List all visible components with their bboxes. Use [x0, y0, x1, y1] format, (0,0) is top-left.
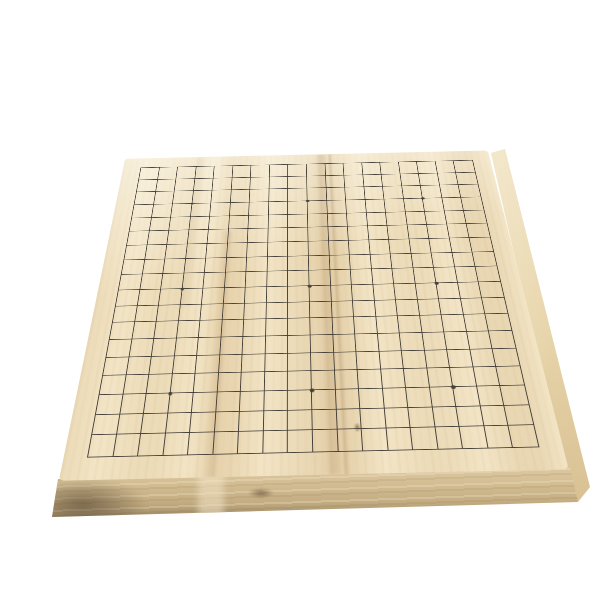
grid-cell [427, 224, 449, 238]
star-point [451, 385, 456, 388]
star-point [310, 388, 314, 391]
grid-cell [199, 320, 223, 338]
grid-cell [166, 413, 192, 434]
grid-cell [159, 289, 182, 305]
grid-cell [430, 387, 457, 407]
grid-cell [266, 302, 288, 319]
grid-cell [246, 272, 268, 288]
grid-cell [355, 334, 379, 352]
grid-cell [368, 226, 389, 240]
grid-cell [202, 288, 225, 304]
grid-cell [134, 192, 155, 205]
grid-cell [268, 215, 288, 229]
grid-cell [208, 229, 229, 243]
grid-cell [170, 374, 195, 394]
grid-cell [331, 301, 354, 318]
grid-cell [435, 427, 463, 449]
grid-cell [240, 391, 265, 411]
grid-cell [191, 203, 212, 217]
grid-cell [404, 198, 425, 211]
grid-cell [288, 335, 311, 353]
grid-cell [454, 160, 475, 172]
grid-cell [325, 163, 344, 175]
grid-cell [152, 338, 177, 356]
grid-cell [408, 407, 435, 428]
grid-cell [400, 174, 421, 187]
grid-cell [336, 409, 361, 430]
grid-cell [411, 428, 438, 450]
grid-cell [209, 216, 230, 230]
grid-cell [264, 410, 289, 431]
grid-cell [383, 388, 409, 408]
grid-cell [392, 268, 415, 284]
grid-cell [186, 244, 208, 259]
grid-cell [137, 180, 158, 193]
grid-cell [247, 242, 268, 257]
grid-cell [126, 357, 152, 376]
grid-cell [381, 369, 406, 388]
grid-cell [378, 333, 402, 351]
star-point [190, 203, 194, 205]
grid-cell [124, 245, 147, 260]
grid-cell [450, 368, 477, 387]
grid-cell [309, 270, 331, 286]
grid-cell [349, 240, 370, 255]
grid-cell [425, 211, 447, 225]
grid-cell [486, 314, 512, 331]
grid-cell [224, 287, 246, 303]
grid-cell [251, 165, 270, 177]
grid-cell [231, 177, 251, 190]
star-point [168, 392, 173, 395]
grid-cell [433, 407, 460, 428]
grid-cell [244, 319, 267, 337]
grid-cell [175, 179, 195, 192]
grid-cell [362, 429, 388, 451]
grid-cell [247, 257, 268, 272]
grid-cell [142, 259, 165, 274]
grid-cell [384, 408, 410, 429]
grid-cell [205, 258, 227, 273]
goban-top-surface [59, 151, 569, 481]
grid-cell [157, 305, 181, 322]
grid-cell [182, 273, 205, 289]
grid-cell [308, 227, 328, 241]
grid-cell [360, 408, 386, 429]
grid-cell [419, 173, 440, 186]
grid-cell [212, 178, 232, 191]
grid-cell [420, 315, 445, 332]
grid-cell [307, 164, 326, 176]
grid-cell [464, 210, 487, 224]
grid-cell [402, 350, 427, 369]
grid-cell [427, 368, 453, 387]
grid-cell [269, 201, 289, 215]
grid-cell [196, 355, 220, 374]
grid-cell [176, 167, 196, 179]
grid-cell [288, 318, 310, 336]
grid-cell [184, 258, 206, 273]
grid-cell [310, 301, 332, 318]
grid-cell [229, 215, 249, 229]
grid-cell [151, 204, 172, 218]
grid-cell [350, 254, 372, 269]
grid-cell [328, 227, 349, 241]
grid-cell [139, 168, 160, 180]
grid-cell [402, 186, 423, 199]
grid-cell [179, 304, 202, 321]
grid-cell [413, 268, 436, 284]
grid-cell [308, 241, 329, 256]
grid-cell [288, 241, 308, 256]
grid-cell [106, 339, 132, 357]
grid-cell [175, 338, 199, 356]
grid-cell [194, 178, 214, 191]
grid-cell [406, 211, 428, 225]
grid-cell [311, 371, 335, 390]
grid-cell [231, 190, 251, 203]
grid-cell [409, 239, 431, 254]
grid-cell [442, 315, 467, 332]
grid-cell [137, 289, 161, 305]
grid-cell [288, 353, 311, 372]
grid-cell [308, 214, 328, 228]
grid-cell [362, 163, 382, 175]
grid-cell [188, 433, 214, 455]
grid-cell [149, 217, 171, 231]
grid-cell [418, 299, 442, 316]
grid-cell [288, 286, 310, 302]
grid-cell [351, 269, 373, 285]
grid-cell [117, 414, 144, 435]
grid-cell [482, 297, 507, 314]
grid-cell [407, 225, 429, 239]
grid-cell [364, 187, 384, 200]
grid-cell [127, 231, 149, 245]
grid-cell [222, 303, 245, 320]
grid-cell [210, 203, 230, 217]
grid-cell [435, 161, 456, 173]
grid-cell [270, 165, 289, 177]
grid-cell [399, 162, 419, 174]
grid-cell [330, 270, 352, 286]
grid-cell [434, 267, 458, 283]
grid-cell [215, 411, 240, 432]
grid-cell [265, 336, 288, 354]
grid-cell [386, 212, 407, 226]
grid-cell [214, 166, 233, 178]
grid-cell [365, 199, 386, 212]
grid-cell [267, 271, 288, 287]
grid-cell [110, 322, 135, 340]
grid-cell [423, 198, 445, 211]
grid-cell [307, 176, 326, 189]
grid-cell [415, 283, 439, 299]
grid-cell [445, 332, 471, 350]
grid-cell [190, 412, 216, 433]
grid-cell [116, 290, 140, 306]
grid-cell [135, 305, 159, 322]
grid-cell [411, 253, 434, 268]
grid-cell [501, 385, 529, 405]
grid-cell [140, 274, 163, 290]
grid-cell [169, 217, 190, 231]
grid-cell [505, 405, 534, 426]
grid-cell [156, 179, 177, 192]
grid-cell [244, 303, 266, 320]
grid-cell [440, 185, 462, 198]
grid-cell [396, 299, 420, 316]
grid-cell [269, 177, 288, 190]
grid-cell [489, 331, 515, 349]
grid-cell [250, 177, 269, 190]
grid-cell [288, 410, 313, 431]
grid-cell [211, 190, 231, 203]
grid-cell [400, 333, 425, 351]
grid-cell [309, 286, 331, 302]
grid-cell [122, 260, 145, 275]
grid-cell [308, 201, 328, 214]
grid-cell [265, 353, 288, 372]
grid-cell [129, 339, 154, 357]
grid-cell [288, 188, 307, 201]
grid-cell [406, 387, 432, 407]
grid-cell [370, 254, 392, 269]
grid-cell [243, 336, 266, 354]
grid-cell [267, 286, 289, 302]
grid-cell [366, 212, 387, 226]
grid-cell [138, 434, 165, 456]
grid-cell [388, 225, 410, 239]
grid-cell [288, 176, 307, 189]
grid-cell [158, 167, 178, 179]
grid-cell [163, 433, 190, 455]
grid-cell [92, 414, 120, 435]
grid-cell [312, 390, 337, 410]
grid-cell [288, 371, 312, 390]
grid-cell [422, 332, 447, 350]
grid-cell [195, 166, 215, 178]
grid-cell [384, 199, 405, 212]
grid-cell [382, 174, 402, 187]
grid-cell [268, 228, 288, 242]
grid-cell [326, 175, 346, 188]
star-point [180, 287, 184, 290]
grid-cell [312, 409, 337, 430]
grid-cell [309, 255, 330, 270]
grid-cell [425, 350, 451, 369]
goban-product-photo [0, 0, 600, 600]
grid-cell [369, 240, 391, 255]
grid-cell [288, 302, 310, 319]
grid-cell [192, 191, 212, 204]
grid-cell [172, 355, 197, 374]
grid-cell [265, 372, 289, 392]
grid-cell [248, 228, 268, 242]
grid-cell [288, 390, 312, 410]
star-point [306, 200, 309, 202]
grid-cell [438, 173, 459, 186]
grid-cell [154, 191, 175, 204]
grid-cell [119, 274, 143, 290]
grid-cell [288, 228, 308, 242]
grid-cell [129, 218, 151, 232]
grid-cell [389, 239, 411, 254]
grid-cell [373, 284, 396, 300]
grid-cell [168, 393, 194, 413]
grid-cell [311, 335, 334, 353]
grid-cell [345, 187, 365, 200]
grid-cell [335, 389, 360, 409]
grid-cell [226, 257, 248, 272]
grid-cell [470, 237, 493, 252]
grid-cell [189, 216, 210, 230]
grid-cell [88, 435, 116, 457]
grid-cell [479, 282, 504, 298]
grid-cell [442, 198, 464, 211]
grid-cell [144, 393, 170, 413]
grid-cell [439, 298, 464, 315]
grid-cell [379, 351, 404, 370]
grid-cell [225, 272, 247, 288]
grid-cell [217, 373, 241, 393]
grid-cell [331, 285, 353, 301]
grid-cell [332, 317, 355, 334]
grid-cell [376, 316, 400, 333]
grid-cell [394, 284, 417, 300]
grid-cell [347, 213, 368, 227]
star-point [308, 285, 312, 288]
grid-cell [163, 259, 186, 274]
grid-cell [429, 238, 452, 253]
grid-cell [120, 394, 147, 414]
grid-cell [180, 288, 203, 304]
grid-cell [461, 197, 483, 210]
grid-cell [363, 174, 383, 187]
grid-cell [476, 266, 500, 282]
grid-cell [310, 318, 333, 335]
star-point [421, 197, 425, 199]
grid-cell [307, 188, 327, 201]
grid-cell [344, 175, 364, 188]
grid-cell [326, 188, 346, 201]
grid-cell [432, 253, 455, 268]
grid-cell [113, 306, 138, 323]
grid-cell [113, 434, 141, 456]
grid-cell [200, 304, 223, 321]
grid-cell [145, 245, 167, 260]
grid-cell [348, 226, 369, 240]
grid-cell [386, 428, 413, 450]
grid-cell [445, 211, 467, 225]
grid-cell [288, 256, 309, 271]
grid-cell [238, 431, 264, 453]
grid-cell [132, 205, 154, 219]
grid-cell [177, 321, 201, 339]
grid-cell [232, 165, 251, 177]
grid-cell [473, 252, 497, 267]
grid-cell [456, 172, 477, 185]
grid-cell [311, 352, 335, 371]
grid-cell [313, 430, 339, 452]
grid-cell [404, 369, 430, 388]
grid-cell [497, 366, 525, 385]
grid-cell [417, 161, 438, 173]
grid-cell [335, 370, 359, 389]
grid-cell [149, 356, 174, 375]
grid-cell [343, 163, 362, 175]
grid-cell [167, 230, 189, 244]
grid-cell [352, 285, 375, 301]
grid-cell [264, 391, 288, 411]
grid-cell [493, 348, 520, 367]
grid-cell [329, 255, 351, 270]
grid-cell [467, 224, 490, 238]
grid-cell [220, 337, 244, 355]
grid-cell [288, 214, 308, 228]
grid-cell [353, 300, 376, 317]
grid-cell [391, 254, 414, 269]
grid-cell [228, 229, 249, 243]
grid-cell [227, 243, 248, 258]
grid-cell [269, 189, 288, 202]
grid-cell [288, 201, 308, 214]
grid-cell [383, 186, 404, 199]
grid-cell [288, 271, 309, 287]
grid-cell [288, 164, 307, 176]
grid-cell [337, 429, 363, 451]
grid-cell [268, 242, 289, 257]
grid-cell [267, 256, 288, 271]
grid-cell [203, 273, 225, 289]
grid-cell [354, 317, 377, 334]
grid-cell [333, 334, 357, 352]
grid-cell [459, 185, 481, 198]
board-perspective-wrap [0, 0, 600, 600]
grid-cell [245, 287, 267, 303]
grid-cell [241, 372, 265, 392]
grid-cell [346, 200, 366, 213]
grid-cell [358, 370, 383, 389]
grid-cell [171, 204, 192, 218]
grid-cell [239, 411, 264, 432]
grid-cell [509, 425, 538, 447]
grid-cell [263, 431, 288, 453]
grid-cell [154, 321, 178, 339]
grid-cell [398, 316, 422, 333]
grid-cell [372, 269, 395, 285]
grid-cell [230, 202, 250, 216]
grid-cell [187, 230, 208, 244]
grid-cell [123, 375, 149, 395]
grid-cell [206, 243, 227, 258]
grid-cell [288, 430, 313, 452]
grid-cell [192, 392, 217, 412]
grid-cell [374, 300, 397, 317]
grid-cell [147, 231, 169, 245]
grid-cell [99, 375, 126, 395]
grid-cell [327, 200, 347, 213]
grid-cell [356, 351, 380, 370]
grid-cell [141, 413, 168, 434]
grid-cell [327, 213, 347, 227]
grid-cell [453, 386, 480, 406]
grid-cell [132, 322, 157, 340]
grid-cell [250, 189, 270, 202]
grid-cell [380, 162, 400, 174]
grid-cell [249, 215, 269, 229]
grid-cell [219, 354, 243, 373]
